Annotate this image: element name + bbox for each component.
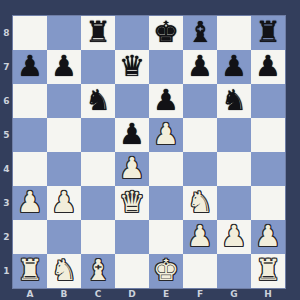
square-c3 (81, 186, 115, 220)
white-pawn-h2: ♟ (251, 220, 285, 254)
square-b7: ♟ (47, 50, 81, 84)
black-knight-g6: ♞ (217, 84, 251, 118)
square-b4 (47, 152, 81, 186)
white-pawn-a3: ♟ (13, 186, 47, 220)
square-e6: ♟ (149, 84, 183, 118)
square-d5: ♟ (115, 118, 149, 152)
square-d4: ♟ (115, 152, 149, 186)
square-f1 (183, 254, 217, 288)
square-b1: ♞ (47, 254, 81, 288)
square-d6 (115, 84, 149, 118)
rank-label-1: 1 (0, 254, 13, 288)
rank-label-6: 6 (0, 84, 13, 118)
square-b3: ♟ (47, 186, 81, 220)
square-c5 (81, 118, 115, 152)
square-g2: ♟ (217, 220, 251, 254)
square-c4 (81, 152, 115, 186)
square-b2 (47, 220, 81, 254)
file-labels: A B C D E F G H (13, 288, 285, 300)
square-b6 (47, 84, 81, 118)
square-h5 (251, 118, 285, 152)
square-e3 (149, 186, 183, 220)
square-c7 (81, 50, 115, 84)
chess-diagram: 8 7 6 5 4 3 2 1 ♜♚♝♜♟♟♛♟♟♟♞♟♞♟♟♟♟♟♛♞♟♟♟♜… (0, 0, 300, 300)
square-f5 (183, 118, 217, 152)
white-knight-b1: ♞ (47, 254, 81, 288)
black-knight-c6: ♞ (81, 84, 115, 118)
square-f3: ♞ (183, 186, 217, 220)
square-f4 (183, 152, 217, 186)
white-pawn-b3: ♟ (47, 186, 81, 220)
square-f8: ♝ (183, 16, 217, 50)
square-a4 (13, 152, 47, 186)
file-label-g: G (217, 288, 251, 300)
square-a6 (13, 84, 47, 118)
square-g6: ♞ (217, 84, 251, 118)
square-f7: ♟ (183, 50, 217, 84)
black-pawn-d5: ♟ (115, 118, 149, 152)
square-h7: ♟ (251, 50, 285, 84)
rank-label-2: 2 (0, 220, 13, 254)
white-king-e1: ♚ (149, 254, 183, 288)
square-d3: ♛ (115, 186, 149, 220)
square-a1: ♜ (13, 254, 47, 288)
square-d8 (115, 16, 149, 50)
rank-label-5: 5 (0, 118, 13, 152)
square-g8 (217, 16, 251, 50)
white-bishop-c1: ♝ (81, 254, 115, 288)
black-pawn-h7: ♟ (251, 50, 285, 84)
square-a2 (13, 220, 47, 254)
file-label-a: A (13, 288, 47, 300)
square-g7: ♟ (217, 50, 251, 84)
file-label-d: D (115, 288, 149, 300)
file-label-h: H (251, 288, 285, 300)
square-b5 (47, 118, 81, 152)
black-queen-d7: ♛ (115, 50, 149, 84)
white-pawn-e5: ♟ (149, 118, 183, 152)
square-c6: ♞ (81, 84, 115, 118)
square-h1: ♜ (251, 254, 285, 288)
square-e2 (149, 220, 183, 254)
square-h2: ♟ (251, 220, 285, 254)
square-h6 (251, 84, 285, 118)
square-a5 (13, 118, 47, 152)
square-a7: ♟ (13, 50, 47, 84)
black-pawn-g7: ♟ (217, 50, 251, 84)
square-e7 (149, 50, 183, 84)
black-rook-h8: ♜ (251, 16, 285, 50)
rank-label-3: 3 (0, 186, 13, 220)
square-e1: ♚ (149, 254, 183, 288)
square-h3 (251, 186, 285, 220)
square-c8: ♜ (81, 16, 115, 50)
square-h4 (251, 152, 285, 186)
white-queen-d3: ♛ (115, 186, 149, 220)
square-h8: ♜ (251, 16, 285, 50)
black-bishop-f8: ♝ (183, 16, 217, 50)
square-e8: ♚ (149, 16, 183, 50)
square-f6 (183, 84, 217, 118)
white-rook-h1: ♜ (251, 254, 285, 288)
square-b8 (47, 16, 81, 50)
square-d7: ♛ (115, 50, 149, 84)
square-e4 (149, 152, 183, 186)
square-c2 (81, 220, 115, 254)
square-d1 (115, 254, 149, 288)
file-label-e: E (149, 288, 183, 300)
rank-label-8: 8 (0, 16, 13, 50)
chess-board: ♜♚♝♜♟♟♛♟♟♟♞♟♞♟♟♟♟♟♛♞♟♟♟♜♞♝♚♜ (13, 16, 285, 288)
file-label-b: B (47, 288, 81, 300)
square-c1: ♝ (81, 254, 115, 288)
rank-label-7: 7 (0, 50, 13, 84)
white-pawn-f2: ♟ (183, 220, 217, 254)
square-f2: ♟ (183, 220, 217, 254)
square-g3 (217, 186, 251, 220)
black-king-e8: ♚ (149, 16, 183, 50)
file-label-f: F (183, 288, 217, 300)
black-pawn-e6: ♟ (149, 84, 183, 118)
square-d2 (115, 220, 149, 254)
square-g4 (217, 152, 251, 186)
square-a3: ♟ (13, 186, 47, 220)
file-label-c: C (81, 288, 115, 300)
white-pawn-g2: ♟ (217, 220, 251, 254)
white-rook-a1: ♜ (13, 254, 47, 288)
square-a8 (13, 16, 47, 50)
square-g1 (217, 254, 251, 288)
black-pawn-b7: ♟ (47, 50, 81, 84)
black-pawn-f7: ♟ (183, 50, 217, 84)
white-knight-f3: ♞ (183, 186, 217, 220)
square-e5: ♟ (149, 118, 183, 152)
rank-label-4: 4 (0, 152, 13, 186)
square-g5 (217, 118, 251, 152)
white-pawn-d4: ♟ (115, 152, 149, 186)
black-pawn-a7: ♟ (13, 50, 47, 84)
black-rook-c8: ♜ (81, 16, 115, 50)
